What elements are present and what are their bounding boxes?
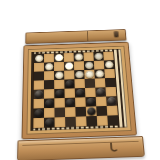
square-r4c1[interactable] bbox=[34, 80, 44, 89]
white-piece[interactable] bbox=[45, 63, 54, 71]
square-r1c5[interactable] bbox=[74, 53, 84, 62]
square-r2c5[interactable] bbox=[74, 61, 84, 70]
white-piece[interactable] bbox=[85, 61, 94, 69]
square-r3c5[interactable] bbox=[74, 70, 84, 79]
wood-seam bbox=[87, 31, 88, 41]
square-r1c2[interactable] bbox=[44, 54, 54, 63]
square-r8c4[interactable] bbox=[65, 117, 76, 127]
square-r2c4[interactable] bbox=[64, 62, 74, 71]
square-r7c7[interactable] bbox=[96, 106, 107, 116]
square-r2c7[interactable] bbox=[94, 60, 105, 69]
square-r5c4[interactable] bbox=[64, 88, 75, 98]
white-piece[interactable] bbox=[85, 70, 94, 78]
square-r8c6[interactable] bbox=[86, 116, 97, 126]
square-r6c5[interactable] bbox=[75, 97, 86, 107]
square-r7c8[interactable] bbox=[107, 106, 118, 116]
square-r5c7[interactable] bbox=[95, 87, 106, 97]
white-piece[interactable] bbox=[74, 53, 83, 61]
white-piece[interactable] bbox=[55, 54, 64, 62]
square-r8c3[interactable] bbox=[55, 117, 66, 127]
board-frame bbox=[22, 42, 137, 140]
square-r8c8[interactable] bbox=[107, 115, 118, 125]
square-r4c8[interactable] bbox=[105, 78, 116, 87]
white-piece[interactable] bbox=[104, 61, 113, 69]
black-piece[interactable] bbox=[34, 109, 43, 118]
square-r4c4[interactable] bbox=[64, 79, 74, 88]
square-r6c3[interactable] bbox=[54, 98, 65, 108]
black-piece[interactable] bbox=[34, 90, 43, 98]
square-r4c6[interactable] bbox=[85, 79, 96, 88]
square-r5c1[interactable] bbox=[34, 89, 44, 99]
square-r6c1[interactable] bbox=[34, 99, 44, 109]
white-piece[interactable] bbox=[65, 62, 74, 70]
black-piece[interactable] bbox=[86, 97, 95, 105]
square-r6c7[interactable] bbox=[96, 97, 107, 107]
white-piece[interactable] bbox=[75, 70, 84, 78]
square-r3c1[interactable] bbox=[34, 71, 44, 80]
board-margin bbox=[26, 46, 131, 135]
square-r7c1[interactable] bbox=[33, 108, 44, 118]
square-r6c4[interactable] bbox=[65, 98, 76, 108]
square-r2c2[interactable] bbox=[44, 62, 54, 71]
square-r5c8[interactable] bbox=[105, 87, 116, 97]
square-r3c4[interactable] bbox=[64, 70, 74, 79]
square-r7c2[interactable] bbox=[44, 108, 55, 118]
checkers-box bbox=[21, 29, 139, 160]
square-r1c6[interactable] bbox=[83, 52, 93, 61]
square-r6c2[interactable] bbox=[44, 98, 54, 108]
white-piece[interactable] bbox=[95, 70, 104, 78]
square-r1c4[interactable] bbox=[64, 53, 74, 62]
square-r7c3[interactable] bbox=[54, 107, 65, 117]
square-r6c6[interactable] bbox=[85, 97, 96, 107]
square-r8c2[interactable] bbox=[44, 117, 55, 127]
white-piece[interactable] bbox=[35, 54, 44, 62]
square-r5c5[interactable] bbox=[75, 88, 86, 98]
square-r8c7[interactable] bbox=[97, 116, 108, 126]
square-r7c5[interactable] bbox=[75, 107, 86, 117]
square-r1c1[interactable] bbox=[34, 54, 44, 63]
square-r3c3[interactable] bbox=[54, 71, 64, 80]
black-piece[interactable] bbox=[55, 89, 64, 97]
square-r4c5[interactable] bbox=[74, 79, 85, 88]
black-piece[interactable] bbox=[65, 80, 74, 88]
square-r6c8[interactable] bbox=[106, 96, 117, 106]
square-r3c8[interactable] bbox=[104, 69, 115, 78]
square-r4c7[interactable] bbox=[95, 78, 106, 87]
board-photo bbox=[0, 0, 160, 160]
square-r2c3[interactable] bbox=[54, 62, 64, 71]
black-piece[interactable] bbox=[45, 99, 54, 107]
base-groove bbox=[22, 141, 139, 146]
black-piece[interactable] bbox=[75, 88, 84, 96]
square-r1c7[interactable] bbox=[93, 52, 103, 61]
metal-clasp-icon bbox=[114, 32, 118, 37]
latch-hook-icon bbox=[108, 143, 119, 155]
black-piece[interactable] bbox=[45, 118, 54, 127]
square-r8c5[interactable] bbox=[76, 116, 87, 126]
white-piece[interactable] bbox=[55, 71, 64, 79]
board-grid bbox=[33, 52, 118, 128]
square-r7c6[interactable] bbox=[86, 106, 97, 116]
black-piece[interactable] bbox=[65, 98, 74, 106]
box-base bbox=[17, 136, 145, 160]
square-r4c3[interactable] bbox=[54, 80, 64, 89]
black-piece[interactable] bbox=[107, 97, 117, 105]
square-r5c3[interactable] bbox=[54, 89, 64, 99]
square-r3c7[interactable] bbox=[94, 69, 105, 78]
square-r4c2[interactable] bbox=[44, 80, 54, 89]
white-piece[interactable] bbox=[94, 52, 103, 60]
square-r2c6[interactable] bbox=[84, 61, 94, 70]
inlay-border bbox=[30, 49, 127, 131]
square-r8c1[interactable] bbox=[33, 118, 44, 128]
square-r3c2[interactable] bbox=[44, 71, 54, 80]
square-r2c8[interactable] bbox=[104, 60, 115, 69]
square-r7c4[interactable] bbox=[65, 107, 76, 117]
square-r5c6[interactable] bbox=[85, 88, 96, 98]
square-r2c1[interactable] bbox=[34, 63, 44, 72]
square-r3c6[interactable] bbox=[84, 70, 95, 79]
square-r5c2[interactable] bbox=[44, 89, 54, 99]
black-piece[interactable] bbox=[96, 88, 105, 96]
square-r1c8[interactable] bbox=[103, 52, 114, 61]
black-piece[interactable] bbox=[87, 107, 96, 116]
square-r1c3[interactable] bbox=[54, 53, 64, 62]
